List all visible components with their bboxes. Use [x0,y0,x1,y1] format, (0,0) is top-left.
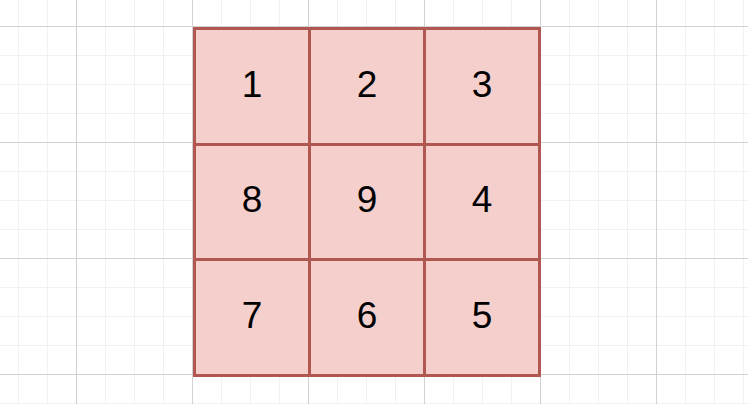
grid-cell-r2c0[interactable]: 7 [196,261,308,374]
grid-cell-r2c2[interactable]: 5 [426,261,538,374]
cell-value: 7 [242,297,263,334]
cell-value: 1 [242,66,263,103]
cell-value: 9 [357,181,378,218]
diagram-canvas: { "game": "3x3 number grid (digits 1-9 a… [0,0,748,404]
cell-value: 5 [472,297,493,334]
grid-cell-r1c1[interactable]: 9 [311,146,423,259]
cell-value: 4 [472,181,493,218]
grid-cell-r2c1[interactable]: 6 [311,261,423,374]
grid-cell-r0c2[interactable]: 3 [426,30,538,143]
grid-cell-r1c2[interactable]: 4 [426,146,538,259]
puzzle-board[interactable]: 1 2 3 8 9 4 7 6 5 [193,27,541,377]
cell-value: 2 [357,66,378,103]
cell-value: 6 [357,297,378,334]
grid-cell-r1c0[interactable]: 8 [196,146,308,259]
grid-cell-r0c1[interactable]: 2 [311,30,423,143]
cell-value: 8 [242,181,263,218]
cell-value: 3 [472,66,493,103]
grid-cell-r0c0[interactable]: 1 [196,30,308,143]
